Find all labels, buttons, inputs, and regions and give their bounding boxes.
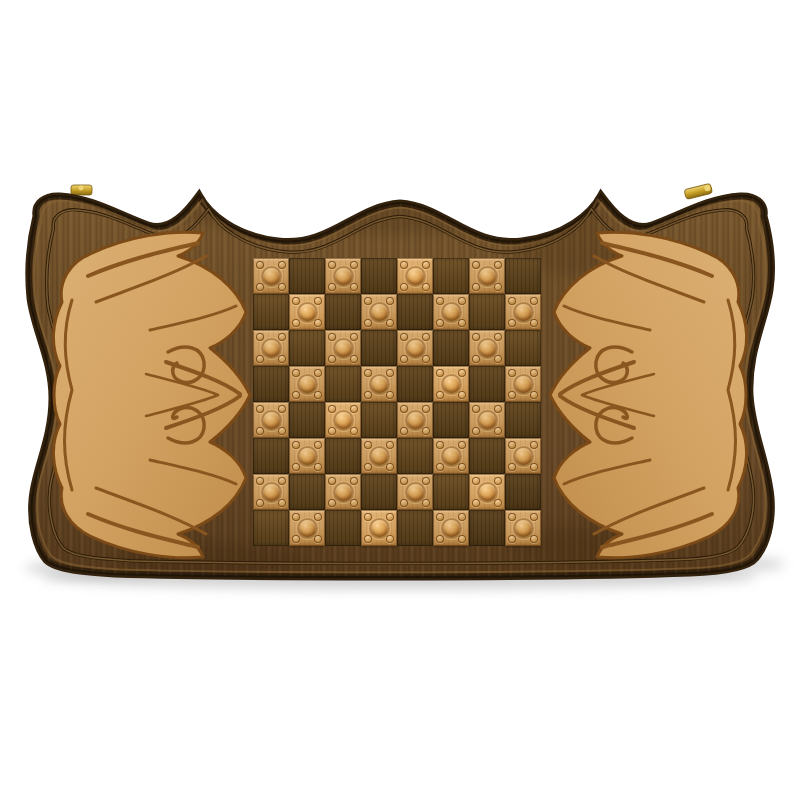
corner-dimple-icon [278,333,286,341]
carved-dome-icon [407,268,424,285]
board-square-r8c4 [361,510,397,546]
corner-dimple-icon [494,355,502,363]
board-square-r3c1 [253,330,289,366]
board-square-r6c2 [289,438,325,474]
carved-dome-icon [443,304,460,321]
carved-dome-icon [335,340,352,357]
board-square-r6c7 [469,438,505,474]
corner-dimple-icon [400,333,408,341]
corner-dimple-icon [530,535,538,543]
corner-dimple-icon [314,369,322,377]
board-square-r2c8 [505,294,541,330]
corner-dimple-icon [350,333,358,341]
corner-dimple-icon [458,441,466,449]
corner-dimple-icon [256,355,264,363]
corner-dimple-icon [256,477,264,485]
board-square-r4c3 [325,366,361,402]
carved-dome-icon [407,412,424,429]
corner-dimple-icon [278,499,286,507]
board-square-r7c1 [253,474,289,510]
carved-dome-icon [299,520,316,537]
corner-dimple-icon [292,391,300,399]
board-square-r4c5 [397,366,433,402]
corner-dimple-icon [494,499,502,507]
corner-dimple-icon [494,477,502,485]
board-square-r6c1 [253,438,289,474]
board-square-r8c8 [505,510,541,546]
board-square-r2c4 [361,294,397,330]
corner-dimple-icon [278,477,286,485]
corner-dimple-icon [458,297,466,305]
corner-dimple-icon [386,297,394,305]
corner-dimple-icon [436,297,444,305]
corner-dimple-icon [278,405,286,413]
corner-dimple-icon [386,391,394,399]
board-square-r5c6 [433,402,469,438]
corner-dimple-icon [458,391,466,399]
corner-dimple-icon [256,283,264,291]
corner-dimple-icon [400,427,408,435]
corner-dimple-icon [256,499,264,507]
board-square-r5c3 [325,402,361,438]
corner-dimple-icon [314,391,322,399]
corner-dimple-icon [350,477,358,485]
corner-dimple-icon [530,369,538,377]
carved-dome-icon [515,376,532,393]
board-square-r2c7 [469,294,505,330]
corner-dimple-icon [494,283,502,291]
corner-dimple-icon [314,463,322,471]
corner-dimple-icon [314,319,322,327]
corner-dimple-icon [422,405,430,413]
corner-dimple-icon [422,333,430,341]
board-square-r3c4 [361,330,397,366]
corner-dimple-icon [292,441,300,449]
brass-clasp-right-icon [684,183,713,199]
board-square-r4c2 [289,366,325,402]
board-square-r3c6 [433,330,469,366]
carved-dome-icon [515,304,532,321]
carved-dome-icon [299,304,316,321]
carved-dome-icon [371,304,388,321]
board-square-r1c4 [361,258,397,294]
corner-dimple-icon [386,441,394,449]
corner-dimple-icon [458,319,466,327]
corner-dimple-icon [292,297,300,305]
corner-dimple-icon [494,427,502,435]
board-square-r5c4 [361,402,397,438]
corner-dimple-icon [256,427,264,435]
board-square-r5c8 [505,402,541,438]
board-square-r7c2 [289,474,325,510]
corner-dimple-icon [386,463,394,471]
corner-dimple-icon [436,369,444,377]
corner-dimple-icon [458,463,466,471]
corner-dimple-icon [386,369,394,377]
carved-dome-icon [479,412,496,429]
corner-dimple-icon [386,513,394,521]
corner-dimple-icon [494,333,502,341]
corner-dimple-icon [508,391,516,399]
corner-dimple-icon [364,535,372,543]
carved-dome-icon [371,448,388,465]
carved-dome-icon [299,448,316,465]
carved-dome-icon [443,520,460,537]
corner-dimple-icon [400,405,408,413]
board-square-r4c7 [469,366,505,402]
carved-dome-icon [407,340,424,357]
board-square-r4c1 [253,366,289,402]
carved-dome-icon [263,484,280,501]
corner-dimple-icon [422,499,430,507]
corner-dimple-icon [436,463,444,471]
board-square-r7c8 [505,474,541,510]
board-square-r6c5 [397,438,433,474]
board-square-r8c5 [397,510,433,546]
corner-dimple-icon [292,513,300,521]
board-square-r6c8 [505,438,541,474]
carved-dome-icon [335,268,352,285]
corner-dimple-icon [328,499,336,507]
board-square-r1c2 [289,258,325,294]
corner-dimple-icon [364,441,372,449]
board-square-r7c3 [325,474,361,510]
board-square-r6c4 [361,438,397,474]
board-square-r2c5 [397,294,433,330]
corner-dimple-icon [278,427,286,435]
corner-dimple-icon [422,427,430,435]
board-square-r3c5 [397,330,433,366]
corner-dimple-icon [328,261,336,269]
board-square-r8c3 [325,510,361,546]
brass-hinge-left-icon [71,185,92,195]
corner-dimple-icon [278,355,286,363]
corner-dimple-icon [472,283,480,291]
corner-dimple-icon [328,477,336,485]
corner-dimple-icon [314,513,322,521]
carved-dome-icon [407,484,424,501]
carved-dome-icon [263,340,280,357]
corner-dimple-icon [328,405,336,413]
corner-dimple-icon [350,427,358,435]
corner-dimple-icon [422,261,430,269]
board-square-r1c7 [469,258,505,294]
corner-dimple-icon [472,333,480,341]
corner-dimple-icon [292,319,300,327]
corner-dimple-icon [494,405,502,413]
corner-dimple-icon [292,463,300,471]
board-square-r3c2 [289,330,325,366]
carved-dome-icon [479,484,496,501]
corner-dimple-icon [328,283,336,291]
board-square-r6c3 [325,438,361,474]
corner-dimple-icon [364,319,372,327]
corner-dimple-icon [292,369,300,377]
carved-dome-icon [479,340,496,357]
corner-dimple-icon [436,391,444,399]
board-square-r7c4 [361,474,397,510]
corner-dimple-icon [400,477,408,485]
corner-dimple-icon [314,535,322,543]
board-square-r1c3 [325,258,361,294]
corner-dimple-icon [436,535,444,543]
corner-dimple-icon [400,355,408,363]
corner-dimple-icon [494,261,502,269]
corner-dimple-icon [508,319,516,327]
corner-dimple-icon [256,261,264,269]
right-palmette-carving [550,232,747,557]
corner-dimple-icon [350,499,358,507]
board-square-r2c2 [289,294,325,330]
corner-dimple-icon [458,535,466,543]
board-square-r2c3 [325,294,361,330]
board-square-r1c8 [505,258,541,294]
corner-dimple-icon [350,283,358,291]
board-square-r1c6 [433,258,469,294]
left-palmette-carving [53,232,250,557]
corner-dimple-icon [350,405,358,413]
corner-dimple-icon [386,535,394,543]
corner-dimple-icon [256,333,264,341]
board-square-r2c1 [253,294,289,330]
board-square-r5c5 [397,402,433,438]
board-square-r4c8 [505,366,541,402]
corner-dimple-icon [292,535,300,543]
carved-dome-icon [443,376,460,393]
carved-dome-icon [479,268,496,285]
corner-dimple-icon [508,297,516,305]
corner-dimple-icon [508,463,516,471]
corner-dimple-icon [278,261,286,269]
board-square-r6c6 [433,438,469,474]
corner-dimple-icon [530,319,538,327]
corner-dimple-icon [314,297,322,305]
carved-dome-icon [263,268,280,285]
corner-dimple-icon [530,297,538,305]
corner-dimple-icon [314,441,322,449]
carved-dome-icon [335,484,352,501]
corner-dimple-icon [400,283,408,291]
corner-dimple-icon [364,513,372,521]
corner-dimple-icon [472,405,480,413]
corner-dimple-icon [328,427,336,435]
corner-dimple-icon [458,513,466,521]
corner-dimple-icon [400,499,408,507]
corner-dimple-icon [364,391,372,399]
corner-dimple-icon [530,391,538,399]
board-square-r2c6 [433,294,469,330]
board-square-r4c4 [361,366,397,402]
carved-dome-icon [299,376,316,393]
board-square-r8c7 [469,510,505,546]
board-square-r3c3 [325,330,361,366]
corner-dimple-icon [472,355,480,363]
corner-dimple-icon [256,405,264,413]
carved-dome-icon [443,448,460,465]
corner-dimple-icon [422,355,430,363]
carved-dome-icon [371,520,388,537]
carved-dome-icon [515,520,532,537]
corner-dimple-icon [530,513,538,521]
carved-dome-icon [263,412,280,429]
board-square-r3c8 [505,330,541,366]
corner-dimple-icon [458,369,466,377]
corner-dimple-icon [400,261,408,269]
corner-dimple-icon [508,513,516,521]
corner-dimple-icon [422,477,430,485]
corner-dimple-icon [278,283,286,291]
carved-dome-icon [335,412,352,429]
corner-dimple-icon [530,463,538,471]
board-square-r8c1 [253,510,289,546]
corner-dimple-icon [508,369,516,377]
corner-dimple-icon [386,319,394,327]
board-square-r7c5 [397,474,433,510]
board-square-r7c6 [433,474,469,510]
corner-dimple-icon [472,477,480,485]
corner-dimple-icon [508,535,516,543]
corner-dimple-icon [436,513,444,521]
board-square-r1c5 [397,258,433,294]
corner-dimple-icon [472,499,480,507]
corner-dimple-icon [436,441,444,449]
carved-dome-icon [515,448,532,465]
product-photo [0,0,800,800]
corner-dimple-icon [472,261,480,269]
corner-dimple-icon [328,333,336,341]
corner-dimple-icon [508,441,516,449]
board-square-r5c2 [289,402,325,438]
chessboard [253,258,541,546]
board-square-r5c1 [253,402,289,438]
corner-dimple-icon [364,297,372,305]
carved-dome-icon [371,376,388,393]
board-square-r5c7 [469,402,505,438]
board-square-r3c7 [469,330,505,366]
corner-dimple-icon [364,369,372,377]
board-square-r8c6 [433,510,469,546]
corner-dimple-icon [436,319,444,327]
corner-dimple-icon [350,355,358,363]
corner-dimple-icon [422,283,430,291]
corner-dimple-icon [350,261,358,269]
board-square-r4c6 [433,366,469,402]
corner-dimple-icon [364,463,372,471]
corner-dimple-icon [530,441,538,449]
board-square-r1c1 [253,258,289,294]
board-square-r7c7 [469,474,505,510]
corner-dimple-icon [328,355,336,363]
corner-dimple-icon [472,427,480,435]
board-square-r8c2 [289,510,325,546]
